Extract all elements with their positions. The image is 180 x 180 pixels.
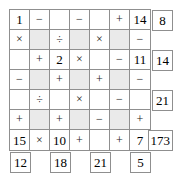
operator-cell-r2c3: ÷ bbox=[50, 30, 70, 50]
empty-cell-r5c3[interactable] bbox=[50, 90, 70, 110]
shaded-cell-r4c4 bbox=[70, 70, 90, 90]
shaded-cell-r2c2 bbox=[30, 30, 50, 50]
operator-cell-r7c2: × bbox=[30, 130, 50, 150]
row-result-row1: 8 bbox=[152, 10, 173, 31]
shaded-cell-r4c2 bbox=[30, 70, 50, 90]
operator-cell-r4c3: + bbox=[50, 70, 70, 90]
empty-cell-r5c1[interactable] bbox=[10, 90, 30, 110]
col-result-col3: 18 bbox=[50, 152, 71, 173]
operator-cell-r1c2: − bbox=[30, 10, 50, 30]
row-result-row5: 21 bbox=[152, 90, 173, 111]
shaded-cell-r2c6 bbox=[110, 30, 130, 50]
empty-cell-r5c5[interactable] bbox=[90, 90, 110, 110]
given-number-cell-r1c7: 14 bbox=[130, 10, 150, 30]
given-number-cell-r7c3: 10 bbox=[50, 130, 70, 150]
col-result-col7: 5 bbox=[130, 152, 151, 173]
shaded-cell-r2c4 bbox=[70, 30, 90, 50]
shaded-cell-r6c6 bbox=[110, 110, 130, 130]
row-result-row3: 14 bbox=[152, 50, 173, 71]
operator-cell-r6c7: + bbox=[130, 110, 150, 130]
given-number-cell-r3c7: 11 bbox=[130, 50, 150, 70]
operator-cell-r4c5: + bbox=[90, 70, 110, 90]
operator-cell-r4c7: − bbox=[130, 70, 150, 90]
operator-cell-r7c4: + bbox=[70, 130, 90, 150]
operator-cell-r3c6: − bbox=[110, 50, 130, 70]
operator-cell-r6c1: + bbox=[10, 110, 30, 130]
col-result-col5: 21 bbox=[90, 152, 111, 173]
empty-cell-r3c1[interactable] bbox=[10, 50, 30, 70]
operator-cell-r3c2: + bbox=[30, 50, 50, 70]
operator-cell-r4c1: − bbox=[10, 70, 30, 90]
empty-cell-r1c5[interactable] bbox=[90, 10, 110, 30]
row-result-row7: 173 bbox=[148, 130, 174, 151]
col-result-col1: 12 bbox=[10, 152, 31, 173]
operator-cell-r6c3: + bbox=[50, 110, 70, 130]
crossmath-puzzle-page: 1−−+14×÷×−+2×−11−++−÷×−++−+15×10++7 8142… bbox=[0, 0, 180, 180]
empty-cell-r5c7[interactable] bbox=[130, 90, 150, 110]
operator-cell-r5c6: − bbox=[110, 90, 130, 110]
crossmath-board: 1−−+14×÷×−+2×−11−++−÷×−++−+15×10++7 bbox=[9, 9, 151, 151]
operator-cell-r5c4: × bbox=[70, 90, 90, 110]
given-number-cell-r3c3: 2 bbox=[50, 50, 70, 70]
empty-cell-r7c5[interactable] bbox=[90, 130, 110, 150]
empty-cell-r1c3[interactable] bbox=[50, 10, 70, 30]
operator-cell-r2c5: × bbox=[90, 30, 110, 50]
given-number-cell-r7c1: 15 bbox=[10, 130, 30, 150]
operator-cell-r3c4: × bbox=[70, 50, 90, 70]
shaded-cell-r4c6 bbox=[110, 70, 130, 90]
given-number-cell-r1c1: 1 bbox=[10, 10, 30, 30]
operator-cell-r2c7: − bbox=[130, 30, 150, 50]
operator-cell-r2c1: × bbox=[10, 30, 30, 50]
operator-cell-r7c6: + bbox=[110, 130, 130, 150]
shaded-cell-r6c4 bbox=[70, 110, 90, 130]
operator-cell-r6c5: − bbox=[90, 110, 110, 130]
operator-cell-r5c2: ÷ bbox=[30, 90, 50, 110]
operator-cell-r1c4: − bbox=[70, 10, 90, 30]
shaded-cell-r6c2 bbox=[30, 110, 50, 130]
operator-cell-r1c6: + bbox=[110, 10, 130, 30]
empty-cell-r3c5[interactable] bbox=[90, 50, 110, 70]
